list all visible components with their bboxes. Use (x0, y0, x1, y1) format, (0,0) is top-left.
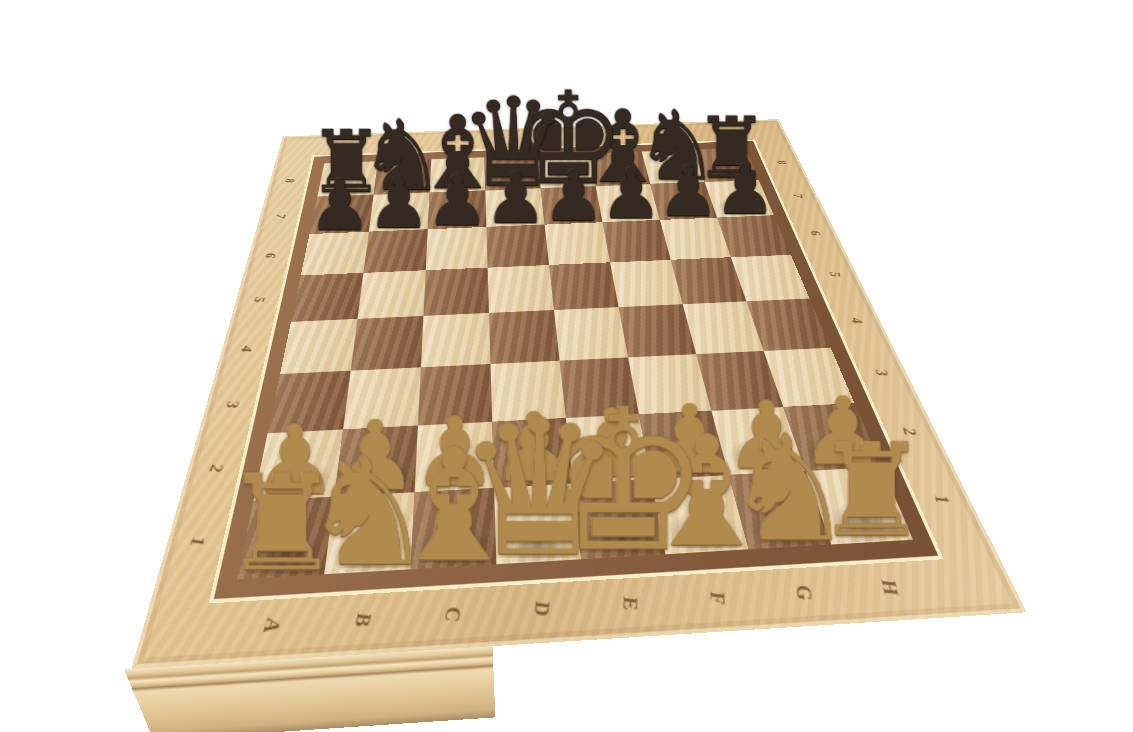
square-c4 (420, 313, 490, 367)
square-f5 (610, 260, 683, 307)
square-e5 (549, 262, 618, 310)
square-a5 (291, 273, 363, 322)
square-a1: ♜ (236, 497, 333, 580)
white-rook: ♜ (221, 458, 340, 590)
square-c6 (425, 227, 487, 270)
square-c7: ♟ (427, 190, 486, 229)
box-lid-top: 87654321 87654321 ABCDEFGH ♜♞♝♛♚♝♞♜♟♟♟♟♟… (131, 119, 1026, 669)
scene-stage: 87654321 87654321 ABCDEFGH ♜♞♝♛♚♝♞♜♟♟♟♟♟… (0, 0, 1133, 732)
square-c5 (423, 268, 489, 316)
square-e6 (544, 222, 609, 265)
square-b7: ♟ (368, 193, 429, 232)
square-d5 (487, 265, 553, 313)
square-e4 (554, 307, 628, 361)
black-pawn: ♟ (542, 161, 604, 231)
black-pawn: ♟ (425, 165, 488, 235)
black-pawn: ♟ (367, 168, 430, 238)
square-d7: ♟ (485, 188, 544, 227)
square-b6 (363, 229, 427, 273)
square-g5 (670, 257, 746, 304)
board-frame: 87654321 87654321 ABCDEFGH ♜♞♝♛♚♝♞♜♟♟♟♟♟… (131, 119, 1026, 669)
square-e7: ♟ (540, 186, 602, 224)
square-b4 (350, 316, 423, 371)
black-pawn: ♟ (714, 155, 776, 224)
square-f6 (602, 220, 670, 262)
rank-label: 5 (800, 260, 869, 290)
black-pawn: ♟ (307, 170, 370, 240)
playing-surface: ♜♞♝♛♚♝♞♜♟♟♟♟♟♟♟♟♟♟♟♟♟♟♟♟♜♞♝♛♚♝♞♜ (213, 141, 937, 599)
black-pawn: ♟ (657, 157, 719, 226)
square-a6 (300, 232, 368, 276)
square-a7: ♟ (309, 195, 373, 234)
black-pawn: ♟ (599, 159, 661, 228)
square-d4 (488, 310, 559, 364)
square-a4 (280, 319, 357, 374)
square-d6 (486, 225, 549, 268)
square-b5 (357, 270, 425, 319)
photo-canvas: 87654321 87654321 ABCDEFGH ♜♞♝♛♚♝♞♜♟♟♟♟♟… (0, 0, 1133, 732)
chess-box: 87654321 87654321 ABCDEFGH ♜♞♝♛♚♝♞♜♟♟♟♟♟… (131, 119, 1026, 669)
black-pawn: ♟ (484, 163, 547, 233)
